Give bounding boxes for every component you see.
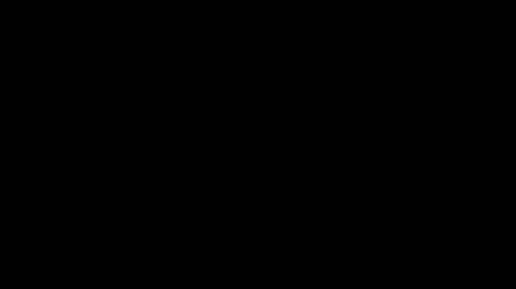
chess-board	[0, 0, 516, 289]
chess-board-screenshot	[0, 0, 516, 289]
